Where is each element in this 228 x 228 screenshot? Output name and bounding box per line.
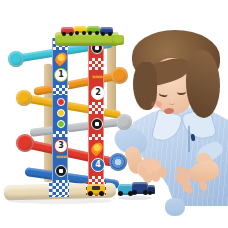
ramp-knob-gray [116,114,132,130]
checker-band [89,102,105,114]
wood-post-back-left [44,64,52,182]
badge-1: 1 [54,68,68,82]
floor-cars-shadow [118,196,152,200]
toy-car-yellow-finish [87,184,105,195]
traffic-light-yellow [57,109,65,117]
badge-2: 2 [91,86,105,100]
floor-car-teal [118,184,133,195]
flame-icon [89,140,105,156]
toy-car-red [61,27,74,34]
traffic-light-green [57,120,65,128]
checker-band [53,180,69,196]
ramp-knob-cyan [8,51,24,67]
checker-band [53,85,69,95]
toy-car-yellow [74,26,87,33]
shirt-button-placket [188,126,190,152]
traffic-light-red [57,98,65,106]
child-hair-right-lock [186,50,220,118]
ramp-knob-amber [16,90,32,106]
tower-left: 1 3 ««« [52,38,68,196]
checker-band [89,134,105,140]
checker-band [53,131,69,137]
ramp-knob-orange [111,67,128,84]
top-platform-right-edge [112,35,124,45]
child-cheek-blush [151,101,162,108]
car-wheel [62,32,66,36]
badge-3: 3 [54,139,68,153]
floor-car-dark [147,185,155,194]
car-wheel [132,190,137,195]
car-window [92,186,100,190]
car-wheel [88,191,93,196]
photo-scene: 1 3 ««« »»» 2 4 [0,0,228,228]
toy-car-navy [100,27,113,34]
hand-shadow [180,192,216,198]
car-wheel [101,32,105,36]
floor-car-navy [132,182,148,194]
car-wheel [75,31,79,35]
tower-right: »»» 2 4 [88,34,104,196]
car-wheel [108,32,112,36]
car-wheel [69,32,73,36]
flame-icon [53,50,69,66]
child-knee [165,198,185,216]
ramp-knob-red [16,134,34,152]
child-right-thumb [139,166,146,175]
car-wheel [88,31,92,35]
car-wheel [82,31,86,35]
toy-car-green [87,26,100,33]
tire-icon [55,165,67,177]
badge-4: 4 [91,158,105,172]
checker-band [89,58,105,70]
tire-icon [91,118,103,130]
chevrons-right-icon: »»» [89,74,105,81]
car-wheel [95,31,99,35]
car-wheel [148,191,152,195]
ramp-knob-blue [109,153,127,171]
car-wheel [118,191,123,196]
car-wheel [99,191,104,196]
chevrons-left-icon: ««« [53,154,69,161]
child-nose [169,99,175,105]
